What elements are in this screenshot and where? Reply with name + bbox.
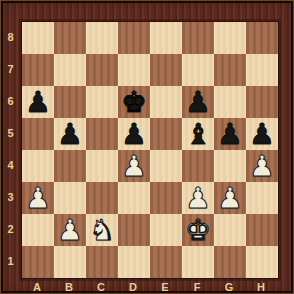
square-f4[interactable] <box>182 150 214 182</box>
square-d8[interactable] <box>118 22 150 54</box>
square-a6[interactable]: ♟ <box>22 86 54 118</box>
rank-label-6: 6 <box>3 85 18 117</box>
white-pawn[interactable]: ♟ <box>121 150 147 182</box>
square-f5[interactable]: ♝ <box>182 118 214 150</box>
square-c3[interactable] <box>86 182 118 214</box>
rank-label-7: 7 <box>3 53 18 85</box>
square-b6[interactable] <box>54 86 86 118</box>
black-king[interactable]: ♚ <box>121 86 147 118</box>
square-g5[interactable]: ♟ <box>214 118 246 150</box>
square-d2[interactable] <box>118 214 150 246</box>
file-label-e: E <box>149 279 181 294</box>
square-a1[interactable] <box>22 246 54 278</box>
chess-board: ♟♚♟♟♟♝♟♟♟♟♟♟♟♟♞♚ <box>21 21 279 279</box>
square-h1[interactable] <box>246 246 278 278</box>
square-b4[interactable] <box>54 150 86 182</box>
square-c6[interactable] <box>86 86 118 118</box>
square-h8[interactable] <box>246 22 278 54</box>
square-f1[interactable] <box>182 246 214 278</box>
square-e8[interactable] <box>150 22 182 54</box>
square-g1[interactable] <box>214 246 246 278</box>
square-b8[interactable] <box>54 22 86 54</box>
white-pawn[interactable]: ♟ <box>57 214 83 246</box>
square-b2[interactable]: ♟ <box>54 214 86 246</box>
square-c4[interactable] <box>86 150 118 182</box>
white-knight[interactable]: ♞ <box>89 214 115 246</box>
square-e3[interactable] <box>150 182 182 214</box>
file-label-g: G <box>213 279 245 294</box>
rank-label-5: 5 <box>3 117 18 149</box>
square-a8[interactable] <box>22 22 54 54</box>
square-a4[interactable] <box>22 150 54 182</box>
square-g2[interactable] <box>214 214 246 246</box>
black-pawn[interactable]: ♟ <box>25 86 51 118</box>
square-d1[interactable] <box>118 246 150 278</box>
square-h6[interactable] <box>246 86 278 118</box>
square-h3[interactable] <box>246 182 278 214</box>
black-bishop[interactable]: ♝ <box>185 118 211 150</box>
square-c2[interactable]: ♞ <box>86 214 118 246</box>
rank-label-2: 2 <box>3 213 18 245</box>
square-g4[interactable] <box>214 150 246 182</box>
file-label-f: F <box>181 279 213 294</box>
square-f8[interactable] <box>182 22 214 54</box>
square-e6[interactable] <box>150 86 182 118</box>
square-c5[interactable] <box>86 118 118 150</box>
square-f6[interactable]: ♟ <box>182 86 214 118</box>
file-label-c: C <box>85 279 117 294</box>
chess-board-frame: ♟♚♟♟♟♝♟♟♟♟♟♟♟♟♞♚ 87654321 ABCDEFGH <box>0 0 294 294</box>
file-label-h: H <box>245 279 277 294</box>
square-g6[interactable] <box>214 86 246 118</box>
white-pawn[interactable]: ♟ <box>25 182 51 214</box>
black-pawn[interactable]: ♟ <box>185 86 211 118</box>
square-e4[interactable] <box>150 150 182 182</box>
square-g8[interactable] <box>214 22 246 54</box>
file-label-b: B <box>53 279 85 294</box>
square-b3[interactable] <box>54 182 86 214</box>
square-b1[interactable] <box>54 246 86 278</box>
square-e5[interactable] <box>150 118 182 150</box>
rank-label-1: 1 <box>3 245 18 277</box>
black-pawn[interactable]: ♟ <box>217 118 243 150</box>
square-a7[interactable] <box>22 54 54 86</box>
square-g3[interactable]: ♟ <box>214 182 246 214</box>
white-king[interactable]: ♚ <box>185 214 211 246</box>
square-d3[interactable] <box>118 182 150 214</box>
square-e2[interactable] <box>150 214 182 246</box>
square-a3[interactable]: ♟ <box>22 182 54 214</box>
rank-label-4: 4 <box>3 149 18 181</box>
square-c1[interactable] <box>86 246 118 278</box>
square-e1[interactable] <box>150 246 182 278</box>
square-f3[interactable]: ♟ <box>182 182 214 214</box>
black-pawn[interactable]: ♟ <box>249 118 275 150</box>
white-pawn[interactable]: ♟ <box>185 182 211 214</box>
square-f2[interactable]: ♚ <box>182 214 214 246</box>
white-pawn[interactable]: ♟ <box>217 182 243 214</box>
square-h7[interactable] <box>246 54 278 86</box>
square-c7[interactable] <box>86 54 118 86</box>
rank-label-3: 3 <box>3 181 18 213</box>
square-e7[interactable] <box>150 54 182 86</box>
square-g7[interactable] <box>214 54 246 86</box>
square-h4[interactable]: ♟ <box>246 150 278 182</box>
square-b7[interactable] <box>54 54 86 86</box>
square-a2[interactable] <box>22 214 54 246</box>
square-b5[interactable]: ♟ <box>54 118 86 150</box>
rank-label-8: 8 <box>3 21 18 53</box>
square-f7[interactable] <box>182 54 214 86</box>
square-a5[interactable] <box>22 118 54 150</box>
square-d6[interactable]: ♚ <box>118 86 150 118</box>
square-d5[interactable]: ♟ <box>118 118 150 150</box>
square-d4[interactable]: ♟ <box>118 150 150 182</box>
square-h5[interactable]: ♟ <box>246 118 278 150</box>
black-pawn[interactable]: ♟ <box>57 118 83 150</box>
white-pawn[interactable]: ♟ <box>249 150 275 182</box>
square-d7[interactable] <box>118 54 150 86</box>
square-c8[interactable] <box>86 22 118 54</box>
file-label-a: A <box>21 279 53 294</box>
black-pawn[interactable]: ♟ <box>121 118 147 150</box>
square-h2[interactable] <box>246 214 278 246</box>
file-label-d: D <box>117 279 149 294</box>
